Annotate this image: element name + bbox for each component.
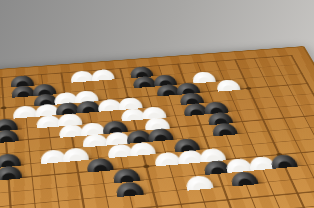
go-board[interactable]: ●●●●●●●●●●●●●●●●●●●●●●●●●●●●●●●●●●●●●●●●… xyxy=(0,46,314,208)
star-point xyxy=(1,106,7,109)
star-point xyxy=(143,165,150,169)
grid-line-v xyxy=(253,58,314,208)
photo-frame: ●●●●●●●●●●●●●●●●●●●●●●●●●●●●●●●●●●●●●●●●… xyxy=(0,0,314,208)
scene: ●●●●●●●●●●●●●●●●●●●●●●●●●●●●●●●●●●●●●●●●… xyxy=(0,0,314,208)
